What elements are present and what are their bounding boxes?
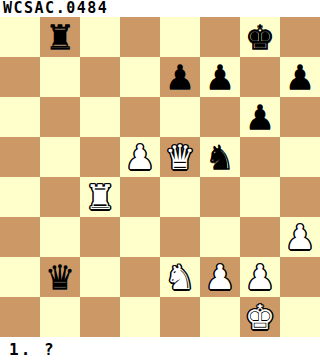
square-e5[interactable]: ♛ (160, 137, 200, 177)
square-e8[interactable] (160, 17, 200, 57)
black-rook: ♜ (40, 17, 80, 57)
square-d4[interactable] (120, 177, 160, 217)
black-king: ♚ (240, 17, 280, 57)
white-pawn: ♟ (120, 137, 160, 177)
square-c6[interactable] (80, 97, 120, 137)
square-h1[interactable] (280, 297, 320, 337)
square-g4[interactable] (240, 177, 280, 217)
black-queen: ♛ (40, 257, 80, 297)
square-f2[interactable]: ♟ (200, 257, 240, 297)
square-e3[interactable] (160, 217, 200, 257)
white-pawn: ♟ (280, 217, 320, 257)
square-c7[interactable] (80, 57, 120, 97)
square-e6[interactable] (160, 97, 200, 137)
square-a6[interactable] (0, 97, 40, 137)
move-prompt: 1. ? (0, 337, 320, 360)
square-d5[interactable]: ♟ (120, 137, 160, 177)
chess-diagram-window: WCSAC.0484 ♜♚♟♟♟♟♟♛♞♜♟♛♞♟♟♚ 1. ? (0, 0, 320, 360)
square-f1[interactable] (200, 297, 240, 337)
square-d7[interactable] (120, 57, 160, 97)
square-a3[interactable] (0, 217, 40, 257)
square-c2[interactable] (80, 257, 120, 297)
square-b3[interactable] (40, 217, 80, 257)
square-b1[interactable] (40, 297, 80, 337)
square-f3[interactable] (200, 217, 240, 257)
square-c1[interactable] (80, 297, 120, 337)
square-b6[interactable] (40, 97, 80, 137)
chess-board: ♜♚♟♟♟♟♟♛♞♜♟♛♞♟♟♚ (0, 17, 320, 337)
black-pawn: ♟ (160, 57, 200, 97)
square-c5[interactable] (80, 137, 120, 177)
white-queen: ♛ (160, 137, 200, 177)
square-f8[interactable] (200, 17, 240, 57)
square-d1[interactable] (120, 297, 160, 337)
square-e2[interactable]: ♞ (160, 257, 200, 297)
black-pawn: ♟ (280, 57, 320, 97)
white-pawn: ♟ (240, 257, 280, 297)
square-a4[interactable] (0, 177, 40, 217)
black-knight: ♞ (200, 137, 240, 177)
square-e7[interactable]: ♟ (160, 57, 200, 97)
square-a2[interactable] (0, 257, 40, 297)
square-e1[interactable] (160, 297, 200, 337)
square-h4[interactable] (280, 177, 320, 217)
square-c8[interactable] (80, 17, 120, 57)
square-h7[interactable]: ♟ (280, 57, 320, 97)
square-b7[interactable] (40, 57, 80, 97)
square-g2[interactable]: ♟ (240, 257, 280, 297)
square-h6[interactable] (280, 97, 320, 137)
square-h5[interactable] (280, 137, 320, 177)
white-king: ♚ (240, 297, 280, 337)
square-g3[interactable] (240, 217, 280, 257)
square-d2[interactable] (120, 257, 160, 297)
square-d3[interactable] (120, 217, 160, 257)
square-f4[interactable] (200, 177, 240, 217)
square-h2[interactable] (280, 257, 320, 297)
square-g1[interactable]: ♚ (240, 297, 280, 337)
square-h8[interactable] (280, 17, 320, 57)
square-g7[interactable] (240, 57, 280, 97)
square-a8[interactable] (0, 17, 40, 57)
square-f5[interactable]: ♞ (200, 137, 240, 177)
square-g5[interactable] (240, 137, 280, 177)
square-d6[interactable] (120, 97, 160, 137)
square-f6[interactable] (200, 97, 240, 137)
white-pawn: ♟ (200, 257, 240, 297)
square-c3[interactable] (80, 217, 120, 257)
square-e4[interactable] (160, 177, 200, 217)
square-b5[interactable] (40, 137, 80, 177)
square-a1[interactable] (0, 297, 40, 337)
square-b8[interactable]: ♜ (40, 17, 80, 57)
square-g6[interactable]: ♟ (240, 97, 280, 137)
square-a7[interactable] (0, 57, 40, 97)
white-knight: ♞ (160, 257, 200, 297)
black-pawn: ♟ (200, 57, 240, 97)
square-b2[interactable]: ♛ (40, 257, 80, 297)
square-a5[interactable] (0, 137, 40, 177)
black-pawn: ♟ (240, 97, 280, 137)
square-d8[interactable] (120, 17, 160, 57)
square-h3[interactable]: ♟ (280, 217, 320, 257)
square-g8[interactable]: ♚ (240, 17, 280, 57)
square-f7[interactable]: ♟ (200, 57, 240, 97)
white-rook: ♜ (80, 177, 120, 217)
diagram-title: WCSAC.0484 (0, 0, 320, 17)
square-b4[interactable] (40, 177, 80, 217)
square-c4[interactable]: ♜ (80, 177, 120, 217)
